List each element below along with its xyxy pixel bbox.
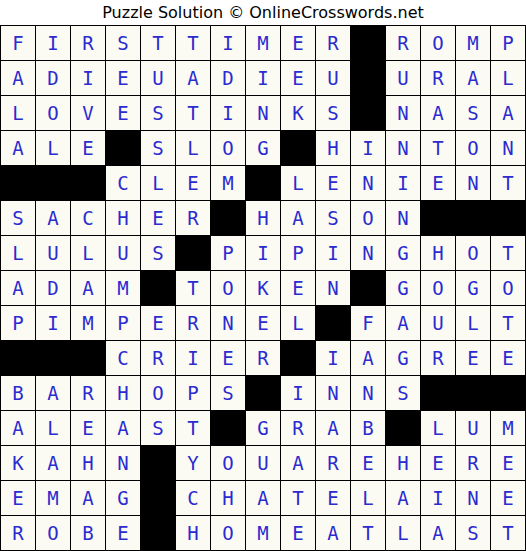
letter-cell-r8c3: A	[71, 271, 105, 305]
letter-cell-r8c12: G	[386, 271, 420, 305]
block-cell-r5c8	[246, 166, 280, 200]
letter-cell-r14c14: N	[456, 481, 490, 515]
letter-cell-r1c2: I	[36, 26, 70, 60]
block-cell-r8c11	[351, 271, 385, 305]
letter-cell-r14c7: H	[211, 481, 245, 515]
block-cell-r11c13	[421, 376, 455, 410]
letter-cell-r15c7: O	[211, 516, 245, 550]
letter-cell-r1c7: I	[211, 26, 245, 60]
letter-cell-r14c12: A	[386, 481, 420, 515]
letter-cell-r11c9: I	[281, 376, 315, 410]
block-cell-r2c11	[351, 61, 385, 95]
puzzle-solution-page: Puzzle Solution © OnlineCrosswords.net F…	[0, 0, 526, 551]
letter-cell-r12c13: L	[421, 411, 455, 445]
block-cell-r9c10	[316, 306, 350, 340]
letter-cell-r9c9: L	[281, 306, 315, 340]
letter-cell-r13c6: Y	[176, 446, 210, 480]
letter-cell-r5c7: M	[211, 166, 245, 200]
letter-cell-r12c4: A	[106, 411, 140, 445]
letter-cell-r3c5: S	[141, 96, 175, 130]
letter-cell-r8c14: G	[456, 271, 490, 305]
letter-cell-r8c7: O	[211, 271, 245, 305]
letter-cell-r7c8: I	[246, 236, 280, 270]
letter-cell-r10c10: I	[316, 341, 350, 375]
letter-cell-r9c4: P	[106, 306, 140, 340]
letter-cell-r9c5: E	[141, 306, 175, 340]
letter-cell-r12c11: B	[351, 411, 385, 445]
letter-cell-r6c3: C	[71, 201, 105, 235]
block-cell-r5c2	[36, 166, 70, 200]
letter-cell-r14c4: G	[106, 481, 140, 515]
letter-cell-r9c3: M	[71, 306, 105, 340]
letter-cell-r7c7: P	[211, 236, 245, 270]
letter-cell-r9c15: T	[491, 306, 525, 340]
letter-cell-r12c6: T	[176, 411, 210, 445]
block-cell-r5c3	[71, 166, 105, 200]
letter-cell-r3c4: E	[106, 96, 140, 130]
letter-cell-r3c13: A	[421, 96, 455, 130]
letter-cell-r2c6: A	[176, 61, 210, 95]
letter-cell-r4c1: A	[1, 131, 35, 165]
letter-cell-r14c15: E	[491, 481, 525, 515]
block-cell-r10c2	[36, 341, 70, 375]
letter-cell-r8c9: E	[281, 271, 315, 305]
letter-cell-r7c9: P	[281, 236, 315, 270]
letter-cell-r11c6: P	[176, 376, 210, 410]
block-cell-r6c13	[421, 201, 455, 235]
letter-cell-r13c9: A	[281, 446, 315, 480]
letter-cell-r6c12: N	[386, 201, 420, 235]
letter-cell-r5c10: E	[316, 166, 350, 200]
letter-cell-r1c13: O	[421, 26, 455, 60]
letter-cell-r15c3: B	[71, 516, 105, 550]
block-cell-r11c8	[246, 376, 280, 410]
letter-cell-r3c8: N	[246, 96, 280, 130]
letter-cell-r1c10: R	[316, 26, 350, 60]
letter-cell-r15c1: R	[1, 516, 35, 550]
letter-cell-r3c6: T	[176, 96, 210, 130]
letter-cell-r3c1: L	[1, 96, 35, 130]
letter-cell-r1c15: P	[491, 26, 525, 60]
letter-cell-r6c9: A	[281, 201, 315, 235]
letter-cell-r2c7: D	[211, 61, 245, 95]
letter-cell-r4c2: L	[36, 131, 70, 165]
letter-cell-r11c12: S	[386, 376, 420, 410]
letter-cell-r9c11: F	[351, 306, 385, 340]
letter-cell-r5c13: E	[421, 166, 455, 200]
letter-cell-r7c5: S	[141, 236, 175, 270]
letter-cell-r5c15: T	[491, 166, 525, 200]
letter-cell-r2c4: E	[106, 61, 140, 95]
crossword-grid: FIRSTTIMERROMPADIEUADIEUURALLOVESTINKSNA…	[0, 25, 526, 551]
letter-cell-r14c11: L	[351, 481, 385, 515]
letter-cell-r3c9: K	[281, 96, 315, 130]
letter-cell-r4c12: N	[386, 131, 420, 165]
letter-cell-r4c8: G	[246, 131, 280, 165]
letter-cell-r2c12: U	[386, 61, 420, 95]
letter-cell-r11c3: R	[71, 376, 105, 410]
letter-cell-r6c10: S	[316, 201, 350, 235]
letter-cell-r2c15: L	[491, 61, 525, 95]
letter-cell-r10c4: C	[106, 341, 140, 375]
letter-cell-r4c10: H	[316, 131, 350, 165]
letter-cell-r15c9: E	[281, 516, 315, 550]
block-cell-r15c5	[141, 516, 175, 550]
letter-cell-r1c12: R	[386, 26, 420, 60]
letter-cell-r9c12: A	[386, 306, 420, 340]
letter-cell-r10c14: E	[456, 341, 490, 375]
letter-cell-r13c15: E	[491, 446, 525, 480]
letter-cell-r1c9: E	[281, 26, 315, 60]
letter-cell-r7c10: I	[316, 236, 350, 270]
letter-cell-r14c8: A	[246, 481, 280, 515]
block-cell-r10c9	[281, 341, 315, 375]
letter-cell-r15c14: S	[456, 516, 490, 550]
block-cell-r6c14	[456, 201, 490, 235]
letter-cell-r5c9: L	[281, 166, 315, 200]
letter-cell-r13c14: R	[456, 446, 490, 480]
letter-cell-r7c12: G	[386, 236, 420, 270]
letter-cell-r2c1: A	[1, 61, 35, 95]
block-cell-r1c11	[351, 26, 385, 60]
letter-cell-r3c14: S	[456, 96, 490, 130]
letter-cell-r13c4: N	[106, 446, 140, 480]
letter-cell-r6c8: H	[246, 201, 280, 235]
letter-cell-r14c3: A	[71, 481, 105, 515]
letter-cell-r15c2: O	[36, 516, 70, 550]
letter-cell-r4c5: S	[141, 131, 175, 165]
letter-cell-r5c6: E	[176, 166, 210, 200]
letter-cell-r9c7: N	[211, 306, 245, 340]
letter-cell-r3c7: I	[211, 96, 245, 130]
letter-cell-r11c11: N	[351, 376, 385, 410]
letter-cell-r11c1: B	[1, 376, 35, 410]
letter-cell-r2c8: I	[246, 61, 280, 95]
letter-cell-r10c8: R	[246, 341, 280, 375]
block-cell-r11c15	[491, 376, 525, 410]
letter-cell-r2c3: I	[71, 61, 105, 95]
letter-cell-r6c11: O	[351, 201, 385, 235]
letter-cell-r13c10: R	[316, 446, 350, 480]
letter-cell-r9c6: R	[176, 306, 210, 340]
letter-cell-r7c2: U	[36, 236, 70, 270]
letter-cell-r4c14: O	[456, 131, 490, 165]
letter-cell-r7c4: U	[106, 236, 140, 270]
letter-cell-r15c12: L	[386, 516, 420, 550]
block-cell-r3c11	[351, 96, 385, 130]
letter-cell-r11c5: O	[141, 376, 175, 410]
letter-cell-r2c14: A	[456, 61, 490, 95]
block-cell-r12c12	[386, 411, 420, 445]
letter-cell-r1c1: F	[1, 26, 35, 60]
letter-cell-r14c10: E	[316, 481, 350, 515]
letter-cell-r3c12: N	[386, 96, 420, 130]
letter-cell-r7c14: O	[456, 236, 490, 270]
letter-cell-r10c5: R	[141, 341, 175, 375]
letter-cell-r8c8: K	[246, 271, 280, 305]
letter-cell-r1c3: R	[71, 26, 105, 60]
letter-cell-r12c3: E	[71, 411, 105, 445]
letter-cell-r4c15: N	[491, 131, 525, 165]
letter-cell-r9c8: E	[246, 306, 280, 340]
letter-cell-r3c2: O	[36, 96, 70, 130]
letter-cell-r1c8: M	[246, 26, 280, 60]
block-cell-r11c14	[456, 376, 490, 410]
letter-cell-r14c2: M	[36, 481, 70, 515]
letter-cell-r15c15: T	[491, 516, 525, 550]
letter-cell-r8c2: D	[36, 271, 70, 305]
block-cell-r7c6	[176, 236, 210, 270]
letter-cell-r8c6: T	[176, 271, 210, 305]
letter-cell-r7c13: H	[421, 236, 455, 270]
letter-cell-r6c1: S	[1, 201, 35, 235]
letter-cell-r11c4: H	[106, 376, 140, 410]
block-cell-r5c1	[1, 166, 35, 200]
letter-cell-r6c4: H	[106, 201, 140, 235]
letter-cell-r5c14: N	[456, 166, 490, 200]
letter-cell-r4c3: E	[71, 131, 105, 165]
letter-cell-r9c14: L	[456, 306, 490, 340]
letter-cell-r14c13: I	[421, 481, 455, 515]
letter-cell-r7c1: L	[1, 236, 35, 270]
letter-cell-r7c3: L	[71, 236, 105, 270]
letter-cell-r15c6: H	[176, 516, 210, 550]
letter-cell-r2c13: R	[421, 61, 455, 95]
letter-cell-r13c12: H	[386, 446, 420, 480]
block-cell-r4c4	[106, 131, 140, 165]
letter-cell-r12c10: A	[316, 411, 350, 445]
letter-cell-r8c13: O	[421, 271, 455, 305]
page-title: Puzzle Solution © OnlineCrosswords.net	[102, 3, 424, 22]
letter-cell-r4c13: T	[421, 131, 455, 165]
letter-cell-r12c14: U	[456, 411, 490, 445]
letter-cell-r15c10: A	[316, 516, 350, 550]
block-cell-r10c1	[1, 341, 35, 375]
letter-cell-r7c11: N	[351, 236, 385, 270]
letter-cell-r11c10: N	[316, 376, 350, 410]
block-cell-r8c5	[141, 271, 175, 305]
letter-cell-r10c13: R	[421, 341, 455, 375]
letter-cell-r1c4: S	[106, 26, 140, 60]
letter-cell-r12c9: R	[281, 411, 315, 445]
letter-cell-r2c5: U	[141, 61, 175, 95]
letter-cell-r7c15: T	[491, 236, 525, 270]
letter-cell-r10c11: A	[351, 341, 385, 375]
letter-cell-r15c8: M	[246, 516, 280, 550]
letter-cell-r15c4: E	[106, 516, 140, 550]
letter-cell-r4c11: I	[351, 131, 385, 165]
letter-cell-r5c4: C	[106, 166, 140, 200]
letter-cell-r9c2: I	[36, 306, 70, 340]
letter-cell-r1c6: T	[176, 26, 210, 60]
block-cell-r6c15	[491, 201, 525, 235]
letter-cell-r13c11: E	[351, 446, 385, 480]
letter-cell-r13c3: H	[71, 446, 105, 480]
letter-cell-r8c15: O	[491, 271, 525, 305]
letter-cell-r12c2: L	[36, 411, 70, 445]
letter-cell-r1c5: T	[141, 26, 175, 60]
letter-cell-r14c9: T	[281, 481, 315, 515]
letter-cell-r13c13: E	[421, 446, 455, 480]
letter-cell-r10c6: I	[176, 341, 210, 375]
letter-cell-r11c7: S	[211, 376, 245, 410]
letter-cell-r2c2: D	[36, 61, 70, 95]
letter-cell-r14c1: E	[1, 481, 35, 515]
letter-cell-r8c10: N	[316, 271, 350, 305]
letter-cell-r8c1: A	[1, 271, 35, 305]
letter-cell-r2c9: E	[281, 61, 315, 95]
letter-cell-r9c13: U	[421, 306, 455, 340]
letter-cell-r6c2: A	[36, 201, 70, 235]
letter-cell-r12c1: A	[1, 411, 35, 445]
letter-cell-r9c1: P	[1, 306, 35, 340]
letter-cell-r11c2: A	[36, 376, 70, 410]
letter-cell-r10c7: E	[211, 341, 245, 375]
letter-cell-r12c15: M	[491, 411, 525, 445]
letter-cell-r8c4: M	[106, 271, 140, 305]
block-cell-r12c7	[211, 411, 245, 445]
letter-cell-r5c11: N	[351, 166, 385, 200]
title-bar: Puzzle Solution © OnlineCrosswords.net	[0, 0, 526, 25]
block-cell-r10c3	[71, 341, 105, 375]
block-cell-r14c5	[141, 481, 175, 515]
letter-cell-r3c3: V	[71, 96, 105, 130]
block-cell-r13c5	[141, 446, 175, 480]
letter-cell-r13c7: O	[211, 446, 245, 480]
letter-cell-r15c11: T	[351, 516, 385, 550]
letter-cell-r3c15: A	[491, 96, 525, 130]
letter-cell-r12c8: G	[246, 411, 280, 445]
letter-cell-r13c2: A	[36, 446, 70, 480]
letter-cell-r4c6: L	[176, 131, 210, 165]
letter-cell-r6c5: E	[141, 201, 175, 235]
letter-cell-r10c12: G	[386, 341, 420, 375]
letter-cell-r14c6: C	[176, 481, 210, 515]
letter-cell-r5c12: I	[386, 166, 420, 200]
letter-cell-r10c15: E	[491, 341, 525, 375]
letter-cell-r5c5: L	[141, 166, 175, 200]
letter-cell-r12c5: S	[141, 411, 175, 445]
letter-cell-r1c14: M	[456, 26, 490, 60]
letter-cell-r2c10: U	[316, 61, 350, 95]
letter-cell-r15c13: A	[421, 516, 455, 550]
block-cell-r4c9	[281, 131, 315, 165]
block-cell-r6c7	[211, 201, 245, 235]
letter-cell-r13c8: U	[246, 446, 280, 480]
letter-cell-r3c10: S	[316, 96, 350, 130]
letter-cell-r13c1: K	[1, 446, 35, 480]
letter-cell-r6c6: R	[176, 201, 210, 235]
letter-cell-r4c7: O	[211, 131, 245, 165]
